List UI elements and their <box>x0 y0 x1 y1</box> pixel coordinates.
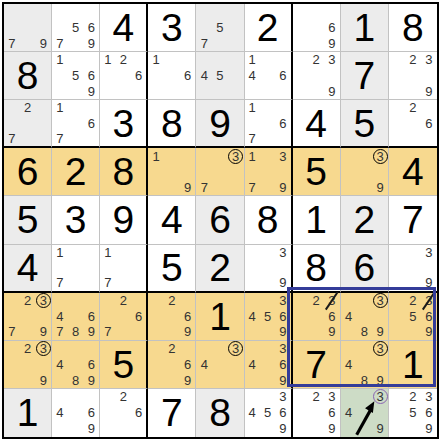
candidate-slot-5 <box>20 308 36 324</box>
candidate-slot-6 <box>180 164 196 180</box>
candidate-slot-6: 6 <box>180 308 196 324</box>
candidate-slot-9: 9 <box>275 275 290 290</box>
candidate-slot-1 <box>341 293 357 309</box>
candidate-slot-9 <box>131 421 146 437</box>
candidate-grid: 79 <box>4 4 51 51</box>
cell-r3c5[interactable]: 9 <box>196 100 244 148</box>
candidate-slot-1: 1 <box>52 100 68 115</box>
candidate-digit: 6 <box>84 405 99 420</box>
candidate-slot-9: 9 <box>421 84 437 100</box>
candidate-slot-4 <box>52 116 68 131</box>
solved-digit: 2 <box>341 196 388 243</box>
candidate-digit: 3 <box>421 245 436 260</box>
candidate-slot-2 <box>164 148 180 164</box>
candidate-slot-7 <box>100 421 115 437</box>
candidate-slot-9: 9 <box>84 421 100 437</box>
candidate-slot-6: 6 <box>275 356 290 372</box>
candidate-slot-3 <box>275 100 290 115</box>
cell-r1c9[interactable]: 8 <box>389 4 437 52</box>
cell-r5c2[interactable]: 3 <box>52 196 100 244</box>
candidate-slot-1: 1 <box>245 100 260 115</box>
candidate-slot-2 <box>405 245 421 260</box>
candidate-grid: 69 <box>293 4 340 51</box>
candidate-slot-5: 5 <box>260 405 275 421</box>
candidate-slot-3: 3 <box>35 341 51 357</box>
candidate-slot-5 <box>405 260 421 275</box>
candidate-slot-3: 3 <box>324 293 340 309</box>
solved-digit: 3 <box>100 100 146 146</box>
candidate-digit: 9 <box>275 180 290 195</box>
candidate-slot-4 <box>245 164 260 180</box>
cell-r1c8[interactable]: 1 <box>341 4 389 52</box>
cell-r3c2[interactable]: 167 <box>52 100 100 148</box>
candidate-slot-7: 7 <box>100 324 115 340</box>
candidate-slot-7 <box>52 421 68 437</box>
solved-digit: 8 <box>245 196 291 243</box>
candidate-slot-8 <box>212 372 228 388</box>
cell-r6c1[interactable]: 4 <box>4 245 52 293</box>
cell-r3c9[interactable]: 26 <box>389 100 437 148</box>
candidate-slot-7 <box>389 324 405 340</box>
candidate-slot-8 <box>116 275 131 290</box>
candidate-slot-1 <box>341 389 357 405</box>
candidate-slot-1 <box>52 4 68 20</box>
candidate-digit: 9 <box>373 421 388 436</box>
candidate-slot-1 <box>4 293 20 309</box>
solved-digit: 3 <box>52 196 99 243</box>
candidate-slot-1 <box>293 4 309 20</box>
cell-r9c3[interactable]: 26 <box>100 389 148 437</box>
purple-circled-candidate: 3 <box>373 389 388 404</box>
candidate-slot-4 <box>148 164 164 180</box>
candidate-digit: 4 <box>341 309 356 324</box>
candidate-slot-8 <box>68 84 84 100</box>
candidate-slot-2 <box>260 389 275 405</box>
candidate-digit: 8 <box>68 373 83 388</box>
candidate-slot-1 <box>100 293 115 309</box>
candidate-slot-5 <box>356 164 372 180</box>
candidate-digit: 2 <box>20 100 35 115</box>
cell-r7c4[interactable]: 269 <box>148 293 196 341</box>
candidate-slot-2 <box>260 52 275 68</box>
cell-r5c7[interactable]: 1 <box>293 196 341 244</box>
cell-r7c3[interactable]: 267 <box>100 293 148 341</box>
candidate-slot-1 <box>4 4 20 20</box>
cell-r1c7[interactable]: 69 <box>293 4 341 52</box>
candidate-slot-6 <box>275 260 290 275</box>
candidate-slot-8 <box>68 35 84 51</box>
candidate-grid: 39 <box>245 245 291 291</box>
candidate-grid: 34 <box>196 341 243 388</box>
candidate-slot-4 <box>148 68 164 84</box>
candidate-slot-6: 6 <box>324 308 340 324</box>
candidate-slot-6: 6 <box>84 405 100 421</box>
cell-r6c9[interactable]: 39 <box>389 245 437 293</box>
candidate-digit: 2 <box>405 100 420 115</box>
candidate-slot-2 <box>68 293 84 309</box>
candidate-slot-3 <box>421 100 437 115</box>
candidate-grid: 167 <box>245 100 291 146</box>
candidate-slot-3: 3 <box>275 389 290 405</box>
candidate-slot-9 <box>131 84 146 100</box>
candidate-slot-6: 6 <box>84 20 100 36</box>
cell-r5c5[interactable]: 6 <box>196 196 244 244</box>
cell-r2c1[interactable]: 8 <box>4 52 52 100</box>
candidate-slot-5 <box>116 308 131 324</box>
cell-r2c6[interactable]: 146 <box>245 52 293 100</box>
solved-digit: 3 <box>148 4 195 51</box>
candidate-slot-5 <box>308 68 324 84</box>
candidate-slot-9: 9 <box>84 35 100 51</box>
candidate-slot-4 <box>4 116 20 131</box>
candidate-digit: 6 <box>275 357 290 372</box>
candidate-slot-2: 2 <box>405 293 421 309</box>
candidate-digit: 6 <box>180 357 195 372</box>
cell-r5c9[interactable]: 7 <box>389 196 437 244</box>
candidate-slot-4 <box>245 116 260 131</box>
candidate-slot-3: 3 <box>275 148 290 164</box>
candidate-slot-8 <box>212 35 228 51</box>
cell-r7c7[interactable]: 2369 <box>293 293 341 341</box>
candidate-digit: 9 <box>36 373 51 388</box>
cell-r4c2[interactable]: 2 <box>52 148 100 196</box>
candidate-slot-5 <box>20 116 36 131</box>
candidate-slot-7: 7 <box>52 35 68 51</box>
candidate-slot-1 <box>341 341 357 357</box>
candidate-slot-1 <box>148 293 164 309</box>
cell-r8c5[interactable]: 34 <box>196 341 244 389</box>
cell-r9c7[interactable]: 2369 <box>293 389 341 437</box>
cell-r6c3[interactable]: 17 <box>100 245 148 293</box>
cell-r9c9[interactable]: 23569 <box>389 389 437 437</box>
candidate-grid: 469 <box>52 389 99 437</box>
candidate-slot-9: 9 <box>275 372 290 388</box>
candidate-slot-1 <box>52 341 68 357</box>
cell-r1c2[interactable]: 5679 <box>52 4 100 52</box>
candidate-slot-4 <box>389 405 405 421</box>
cell-r4c1[interactable]: 6 <box>4 148 52 196</box>
cell-r2c5[interactable]: 45 <box>196 52 244 100</box>
candidate-slot-6: 6 <box>421 116 437 131</box>
candidate-digit: 6 <box>180 309 195 324</box>
candidate-slot-5 <box>68 405 84 421</box>
candidate-slot-9: 9 <box>180 324 196 340</box>
candidate-slot-3: 3 <box>421 389 437 405</box>
candidate-slot-2 <box>212 52 228 68</box>
candidate-digit: 2 <box>20 293 35 308</box>
candidate-slot-3 <box>228 52 244 68</box>
solved-digit: 7 <box>341 52 388 99</box>
circled-candidate: 3 <box>373 293 388 308</box>
candidate-slot-7 <box>245 421 260 437</box>
cell-r8c1[interactable]: 239 <box>4 341 52 389</box>
candidate-grid: 26 <box>100 389 146 437</box>
candidate-digit: 5 <box>405 405 420 420</box>
candidate-slot-8: 8 <box>68 372 84 388</box>
cell-r4c6[interactable]: 1379 <box>245 148 293 196</box>
candidate-slot-9 <box>35 131 51 146</box>
circled-candidate: 3 <box>373 149 388 164</box>
candidate-slot-1 <box>293 293 309 309</box>
cell-r3c6[interactable]: 167 <box>245 100 293 148</box>
candidate-slot-1 <box>245 293 260 309</box>
cell-r6c8[interactable]: 6 <box>341 245 389 293</box>
cell-r7c6[interactable]: 34569 <box>245 293 293 341</box>
candidate-digit: 9 <box>36 324 51 339</box>
candidate-slot-4 <box>389 260 405 275</box>
cell-r2c7[interactable]: 239 <box>293 52 341 100</box>
candidate-digit: 8 <box>357 324 372 339</box>
candidate-slot-4: 4 <box>52 356 68 372</box>
cell-r7c9[interactable]: 23569 <box>389 293 437 341</box>
candidate-slot-3 <box>84 245 100 260</box>
candidate-slot-1 <box>52 389 68 405</box>
candidate-slot-2 <box>260 341 275 357</box>
candidate-slot-3: 3 <box>372 293 388 309</box>
cell-r2c4[interactable]: 16 <box>148 52 196 100</box>
candidate-slot-9: 9 <box>372 324 388 340</box>
candidate-digit: 9 <box>180 324 195 339</box>
cell-r5c3[interactable]: 9 <box>100 196 148 244</box>
eliminated-candidate: 3 <box>421 293 436 308</box>
candidate-grid: 27 <box>4 100 51 146</box>
cell-r3c8[interactable]: 5 <box>341 100 389 148</box>
candidate-digit: 5 <box>212 20 227 35</box>
cell-r8c8[interactable]: 3489 <box>341 341 389 389</box>
candidate-slot-7 <box>293 84 309 100</box>
cell-r9c4[interactable]: 7 <box>148 389 196 437</box>
candidate-slot-5 <box>260 116 275 131</box>
candidate-slot-2: 2 <box>405 389 421 405</box>
candidate-slot-2 <box>68 100 84 115</box>
candidate-digit: 6 <box>275 68 290 83</box>
candidate-slot-4 <box>4 20 20 36</box>
candidate-digit: 4 <box>245 309 260 324</box>
candidate-digit: 7 <box>100 324 115 339</box>
cell-r9c1[interactable]: 1 <box>4 389 52 437</box>
cell-r9c2[interactable]: 469 <box>52 389 100 437</box>
candidate-slot-6 <box>35 356 51 372</box>
candidate-digit: 7 <box>4 324 19 339</box>
candidate-grid: 3489 <box>341 341 388 388</box>
candidate-slot-8: 8 <box>356 372 372 388</box>
candidate-slot-3 <box>228 4 244 20</box>
candidate-slot-2: 2 <box>20 100 36 115</box>
candidate-digit: 6 <box>84 309 99 324</box>
candidate-slot-4 <box>293 405 309 421</box>
circled-candidate: 3 <box>228 341 243 356</box>
candidate-slot-5 <box>356 308 372 324</box>
cell-r9c6[interactable]: 34569 <box>245 389 293 437</box>
candidate-slot-8 <box>260 421 275 437</box>
candidate-slot-4: 4 <box>245 405 260 421</box>
cell-r8c7[interactable]: 7 <box>293 341 341 389</box>
cell-r7c5[interactable]: 1 <box>196 293 244 341</box>
solved-digit: 6 <box>341 245 388 291</box>
solved-digit: 5 <box>4 196 51 243</box>
cell-r1c4[interactable]: 3 <box>148 4 196 52</box>
candidate-slot-5: 5 <box>68 68 84 84</box>
candidate-slot-2 <box>356 148 372 164</box>
candidate-slot-3: 3 <box>372 148 388 164</box>
candidate-grid: 46789 <box>52 293 99 340</box>
cell-r1c5[interactable]: 57 <box>196 4 244 52</box>
candidate-digit: 4 <box>52 309 67 324</box>
candidate-slot-5 <box>212 356 228 372</box>
candidate-slot-6: 6 <box>421 405 437 421</box>
cell-r4c5[interactable]: 37 <box>196 148 244 196</box>
cell-r3c1[interactable]: 27 <box>4 100 52 148</box>
cell-r1c1[interactable]: 79 <box>4 4 52 52</box>
candidate-slot-9 <box>228 84 244 100</box>
cell-r2c3[interactable]: 126 <box>100 52 148 100</box>
candidate-slot-4 <box>389 68 405 84</box>
candidate-digit: 6 <box>275 405 290 420</box>
candidate-slot-5 <box>20 20 36 36</box>
candidate-grid: 1569 <box>52 52 99 99</box>
candidate-grid: 126 <box>100 52 146 99</box>
cell-r4c7[interactable]: 5 <box>293 148 341 196</box>
candidate-slot-4 <box>148 308 164 324</box>
candidate-slot-4 <box>196 20 212 36</box>
candidate-slot-9: 9 <box>421 421 437 437</box>
cell-r8c9[interactable]: 1 <box>389 341 437 389</box>
cell-r2c2[interactable]: 1569 <box>52 52 100 100</box>
cell-r3c3[interactable]: 3 <box>100 100 148 148</box>
candidate-slot-7 <box>52 84 68 100</box>
candidate-slot-6 <box>228 164 244 180</box>
candidate-slot-2 <box>20 4 36 20</box>
candidate-grid: 1379 <box>245 148 291 195</box>
candidate-slot-3 <box>180 148 196 164</box>
candidate-slot-6 <box>324 68 340 84</box>
candidate-slot-7 <box>293 421 309 437</box>
candidate-slot-8 <box>308 35 324 51</box>
candidate-digit: 4 <box>341 357 356 372</box>
solved-digit: 4 <box>148 196 195 243</box>
candidate-slot-4 <box>52 20 68 36</box>
candidate-slot-7 <box>148 180 164 196</box>
cell-r5c8[interactable]: 2 <box>341 196 389 244</box>
candidate-digit: 1 <box>245 149 260 164</box>
candidate-grid: 5679 <box>52 4 99 51</box>
candidate-slot-4: 4 <box>196 68 212 84</box>
cell-r6c5[interactable]: 2 <box>196 245 244 293</box>
candidate-slot-2 <box>164 52 180 68</box>
candidate-slot-1 <box>4 100 20 115</box>
candidate-slot-5: 5 <box>68 20 84 36</box>
candidate-slot-6 <box>275 164 290 180</box>
candidate-digit: 9 <box>324 421 339 436</box>
candidate-digit: 5 <box>260 405 275 420</box>
cell-r9c8[interactable]: 349 <box>341 389 389 437</box>
candidate-slot-1: 1 <box>148 148 164 164</box>
candidate-grid: 39 <box>389 245 437 291</box>
candidate-slot-2: 2 <box>308 52 324 68</box>
cell-r4c8[interactable]: 39 <box>341 148 389 196</box>
candidate-slot-6: 6 <box>84 356 100 372</box>
candidate-slot-2: 2 <box>308 389 324 405</box>
candidate-slot-9 <box>180 84 196 100</box>
cell-r8c4[interactable]: 269 <box>148 341 196 389</box>
cell-r7c8[interactable]: 3489 <box>341 293 389 341</box>
candidate-slot-7 <box>196 372 212 388</box>
cell-r3c7[interactable]: 4 <box>293 100 341 148</box>
cell-r5c6[interactable]: 8 <box>245 196 293 244</box>
candidate-slot-1 <box>389 389 405 405</box>
cell-r3c4[interactable]: 8 <box>148 100 196 148</box>
candidate-slot-5 <box>260 164 275 180</box>
cell-r4c9[interactable]: 4 <box>389 148 437 196</box>
cell-r6c7[interactable]: 8 <box>293 245 341 293</box>
cell-r7c1[interactable]: 2379 <box>4 293 52 341</box>
candidate-slot-1 <box>389 293 405 309</box>
solved-digit: 4 <box>293 100 340 146</box>
candidate-slot-3: 3 <box>372 389 388 405</box>
candidate-digit: 4 <box>341 405 356 420</box>
candidate-digit: 2 <box>164 341 179 356</box>
cell-r5c1[interactable]: 5 <box>4 196 52 244</box>
candidate-slot-1: 1 <box>245 148 260 164</box>
candidate-slot-2 <box>356 389 372 405</box>
candidate-slot-6 <box>228 68 244 84</box>
cell-r4c4[interactable]: 19 <box>148 148 196 196</box>
cell-r2c8[interactable]: 7 <box>341 52 389 100</box>
cell-r7c2[interactable]: 46789 <box>52 293 100 341</box>
cell-r5c4[interactable]: 4 <box>148 196 196 244</box>
cell-r1c6[interactable]: 2 <box>245 4 293 52</box>
candidate-slot-1: 1 <box>100 52 115 68</box>
cell-r6c2[interactable]: 17 <box>52 245 100 293</box>
candidate-digit: 1 <box>245 100 260 115</box>
candidate-slot-7 <box>389 131 405 146</box>
candidate-digit: 7 <box>4 36 19 51</box>
candidate-digit: 3 <box>421 52 436 67</box>
candidate-slot-1: 1 <box>245 52 260 68</box>
candidate-digit: 9 <box>84 373 99 388</box>
candidate-slot-6 <box>84 260 100 275</box>
candidate-slot-6 <box>421 260 437 275</box>
candidate-slot-9: 9 <box>84 84 100 100</box>
candidate-digit: 7 <box>52 131 67 146</box>
candidate-slot-3: 3 <box>421 293 437 309</box>
candidate-slot-2: 2 <box>164 293 180 309</box>
cell-r8c6[interactable]: 3469 <box>245 341 293 389</box>
candidate-slot-8 <box>260 180 275 196</box>
candidate-slot-7 <box>148 372 164 388</box>
candidate-slot-4: 4 <box>245 68 260 84</box>
cell-r6c4[interactable]: 5 <box>148 245 196 293</box>
cell-r9c5[interactable]: 8 <box>196 389 244 437</box>
cell-r8c2[interactable]: 4689 <box>52 341 100 389</box>
cell-r4c3[interactable]: 8 <box>100 148 148 196</box>
candidate-slot-7: 7 <box>52 275 68 290</box>
candidate-slot-8 <box>20 131 36 146</box>
cell-r2c9[interactable]: 239 <box>389 52 437 100</box>
candidate-digit: 5 <box>405 309 420 324</box>
candidate-digit: 4 <box>197 357 212 372</box>
cell-r8c3[interactable]: 5 <box>100 341 148 389</box>
candidate-slot-3: 3 <box>324 389 340 405</box>
candidate-slot-6 <box>372 308 388 324</box>
candidate-slot-6: 6 <box>131 308 146 324</box>
solved-digit: 8 <box>4 52 51 99</box>
candidate-slot-6 <box>228 356 244 372</box>
candidate-slot-6: 6 <box>84 308 100 324</box>
candidate-digit: 9 <box>373 324 388 339</box>
cell-r6c6[interactable]: 39 <box>245 245 293 293</box>
cell-r1c3[interactable]: 4 <box>100 4 148 52</box>
